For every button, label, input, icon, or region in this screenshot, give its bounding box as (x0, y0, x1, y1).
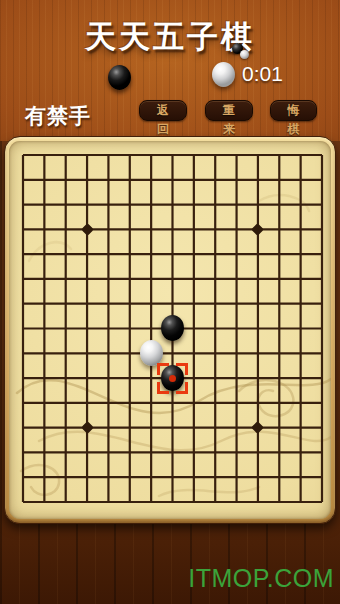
last-move-bracket (157, 363, 169, 375)
rule-badge: 有禁手 (25, 102, 91, 130)
undo-button[interactable]: 悔棋 (270, 100, 317, 121)
star-point (81, 421, 94, 434)
last-move-bracket (176, 363, 188, 375)
stone-black (161, 315, 184, 341)
timer: 0:01 (242, 62, 283, 86)
last-move-marker (157, 363, 188, 394)
header: 天天五子棋 0:01 有禁手 返回 重来 悔棋 (0, 0, 340, 141)
white-player-stone-icon (212, 62, 235, 87)
title-deco-white-stone-icon (240, 50, 249, 59)
star-point (252, 223, 265, 236)
last-move-bracket (176, 382, 188, 394)
gomoku-board[interactable] (4, 136, 336, 524)
app-root: 天天五子棋 0:01 有禁手 返回 重来 悔棋 (0, 0, 340, 604)
black-player-stone-icon (108, 65, 131, 90)
app-title: 天天五子棋 (0, 16, 340, 58)
back-button[interactable]: 返回 (139, 100, 187, 121)
star-point (252, 421, 265, 434)
star-point (81, 223, 94, 236)
last-move-bracket (157, 382, 169, 394)
watermark: ITMOP.COM (0, 564, 334, 593)
last-move-dot (169, 375, 176, 382)
restart-button[interactable]: 重来 (205, 100, 253, 121)
